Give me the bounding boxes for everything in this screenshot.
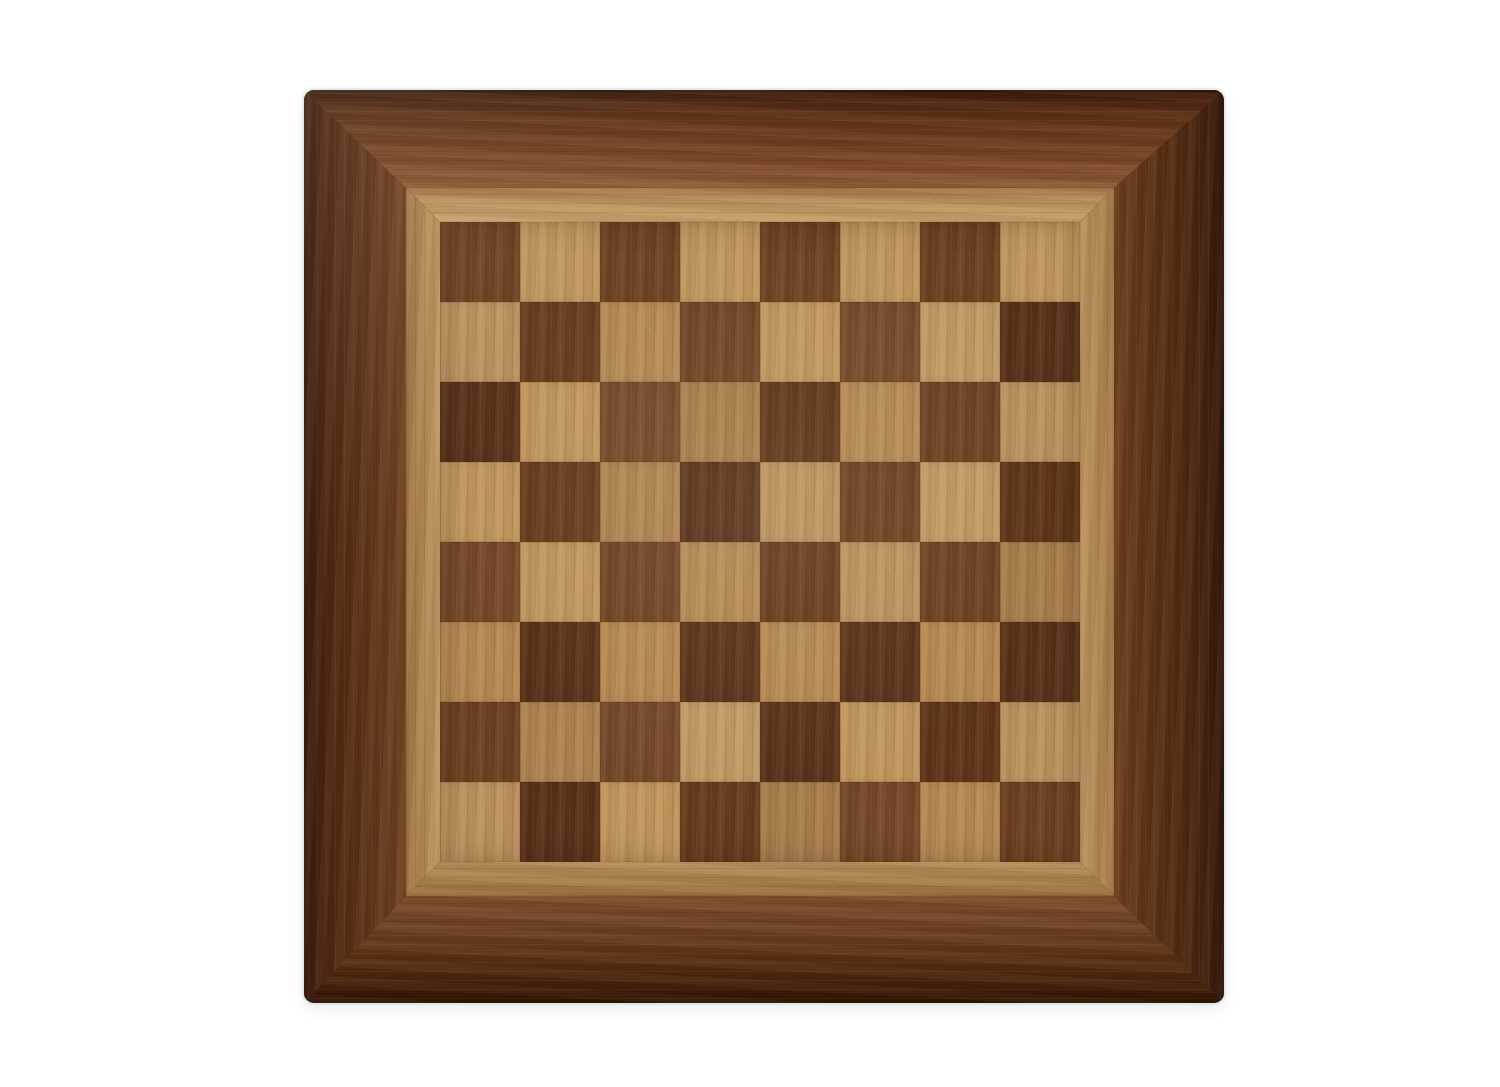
square-r8c6[interactable] bbox=[840, 782, 920, 862]
square-r7c3[interactable] bbox=[600, 702, 680, 782]
square-r3c8[interactable] bbox=[1000, 382, 1080, 462]
white-background bbox=[0, 0, 1500, 1087]
inner-border-bottom bbox=[406, 862, 1114, 896]
square-r2c1[interactable] bbox=[440, 302, 520, 382]
square-r5c8[interactable] bbox=[1000, 542, 1080, 622]
square-r2c8[interactable] bbox=[1000, 302, 1080, 382]
square-r6c4[interactable] bbox=[680, 622, 760, 702]
square-r2c4[interactable] bbox=[680, 302, 760, 382]
square-r2c7[interactable] bbox=[920, 302, 1000, 382]
square-r1c7[interactable] bbox=[920, 222, 1000, 302]
square-r7c5[interactable] bbox=[760, 702, 840, 782]
square-r4c1[interactable] bbox=[440, 462, 520, 542]
square-r8c4[interactable] bbox=[680, 782, 760, 862]
square-r3c6[interactable] bbox=[840, 382, 920, 462]
square-r4c3[interactable] bbox=[600, 462, 680, 542]
square-r7c2[interactable] bbox=[520, 702, 600, 782]
square-r7c7[interactable] bbox=[920, 702, 1000, 782]
inner-border-left bbox=[406, 188, 440, 896]
square-r6c8[interactable] bbox=[1000, 622, 1080, 702]
square-r6c2[interactable] bbox=[520, 622, 600, 702]
square-r4c4[interactable] bbox=[680, 462, 760, 542]
square-r5c1[interactable] bbox=[440, 542, 520, 622]
checkerboard bbox=[440, 222, 1080, 862]
square-r3c5[interactable] bbox=[760, 382, 840, 462]
square-r2c6[interactable] bbox=[840, 302, 920, 382]
board-frame-right bbox=[1114, 90, 1224, 1003]
square-r3c3[interactable] bbox=[600, 382, 680, 462]
chess-board bbox=[304, 90, 1224, 1003]
square-r8c5[interactable] bbox=[760, 782, 840, 862]
square-r4c2[interactable] bbox=[520, 462, 600, 542]
square-r5c4[interactable] bbox=[680, 542, 760, 622]
square-r1c4[interactable] bbox=[680, 222, 760, 302]
square-r7c8[interactable] bbox=[1000, 702, 1080, 782]
inner-border-right bbox=[1080, 188, 1114, 896]
square-r3c4[interactable] bbox=[680, 382, 760, 462]
square-r1c6[interactable] bbox=[840, 222, 920, 302]
square-r8c2[interactable] bbox=[520, 782, 600, 862]
square-r6c6[interactable] bbox=[840, 622, 920, 702]
square-r4c7[interactable] bbox=[920, 462, 1000, 542]
board-frame-top bbox=[304, 90, 1224, 188]
square-r6c7[interactable] bbox=[920, 622, 1000, 702]
square-r5c2[interactable] bbox=[520, 542, 600, 622]
square-r4c8[interactable] bbox=[1000, 462, 1080, 542]
square-r5c5[interactable] bbox=[760, 542, 840, 622]
square-r8c1[interactable] bbox=[440, 782, 520, 862]
square-r3c1[interactable] bbox=[440, 382, 520, 462]
square-r1c2[interactable] bbox=[520, 222, 600, 302]
square-r2c3[interactable] bbox=[600, 302, 680, 382]
square-r2c5[interactable] bbox=[760, 302, 840, 382]
square-r5c3[interactable] bbox=[600, 542, 680, 622]
square-r6c1[interactable] bbox=[440, 622, 520, 702]
square-r2c2[interactable] bbox=[520, 302, 600, 382]
square-r6c3[interactable] bbox=[600, 622, 680, 702]
square-r3c2[interactable] bbox=[520, 382, 600, 462]
square-r5c7[interactable] bbox=[920, 542, 1000, 622]
square-r1c5[interactable] bbox=[760, 222, 840, 302]
square-r1c3[interactable] bbox=[600, 222, 680, 302]
square-r8c7[interactable] bbox=[920, 782, 1000, 862]
square-r5c6[interactable] bbox=[840, 542, 920, 622]
square-r8c3[interactable] bbox=[600, 782, 680, 862]
square-r4c5[interactable] bbox=[760, 462, 840, 542]
square-r8c8[interactable] bbox=[1000, 782, 1080, 862]
square-r4c6[interactable] bbox=[840, 462, 920, 542]
square-r1c8[interactable] bbox=[1000, 222, 1080, 302]
square-r7c1[interactable] bbox=[440, 702, 520, 782]
board-frame-bottom bbox=[304, 896, 1224, 1003]
board-frame-left bbox=[304, 90, 406, 1003]
inner-border-top bbox=[406, 188, 1114, 222]
square-r7c6[interactable] bbox=[840, 702, 920, 782]
square-r7c4[interactable] bbox=[680, 702, 760, 782]
square-r3c7[interactable] bbox=[920, 382, 1000, 462]
square-r6c5[interactable] bbox=[760, 622, 840, 702]
square-r1c1[interactable] bbox=[440, 222, 520, 302]
